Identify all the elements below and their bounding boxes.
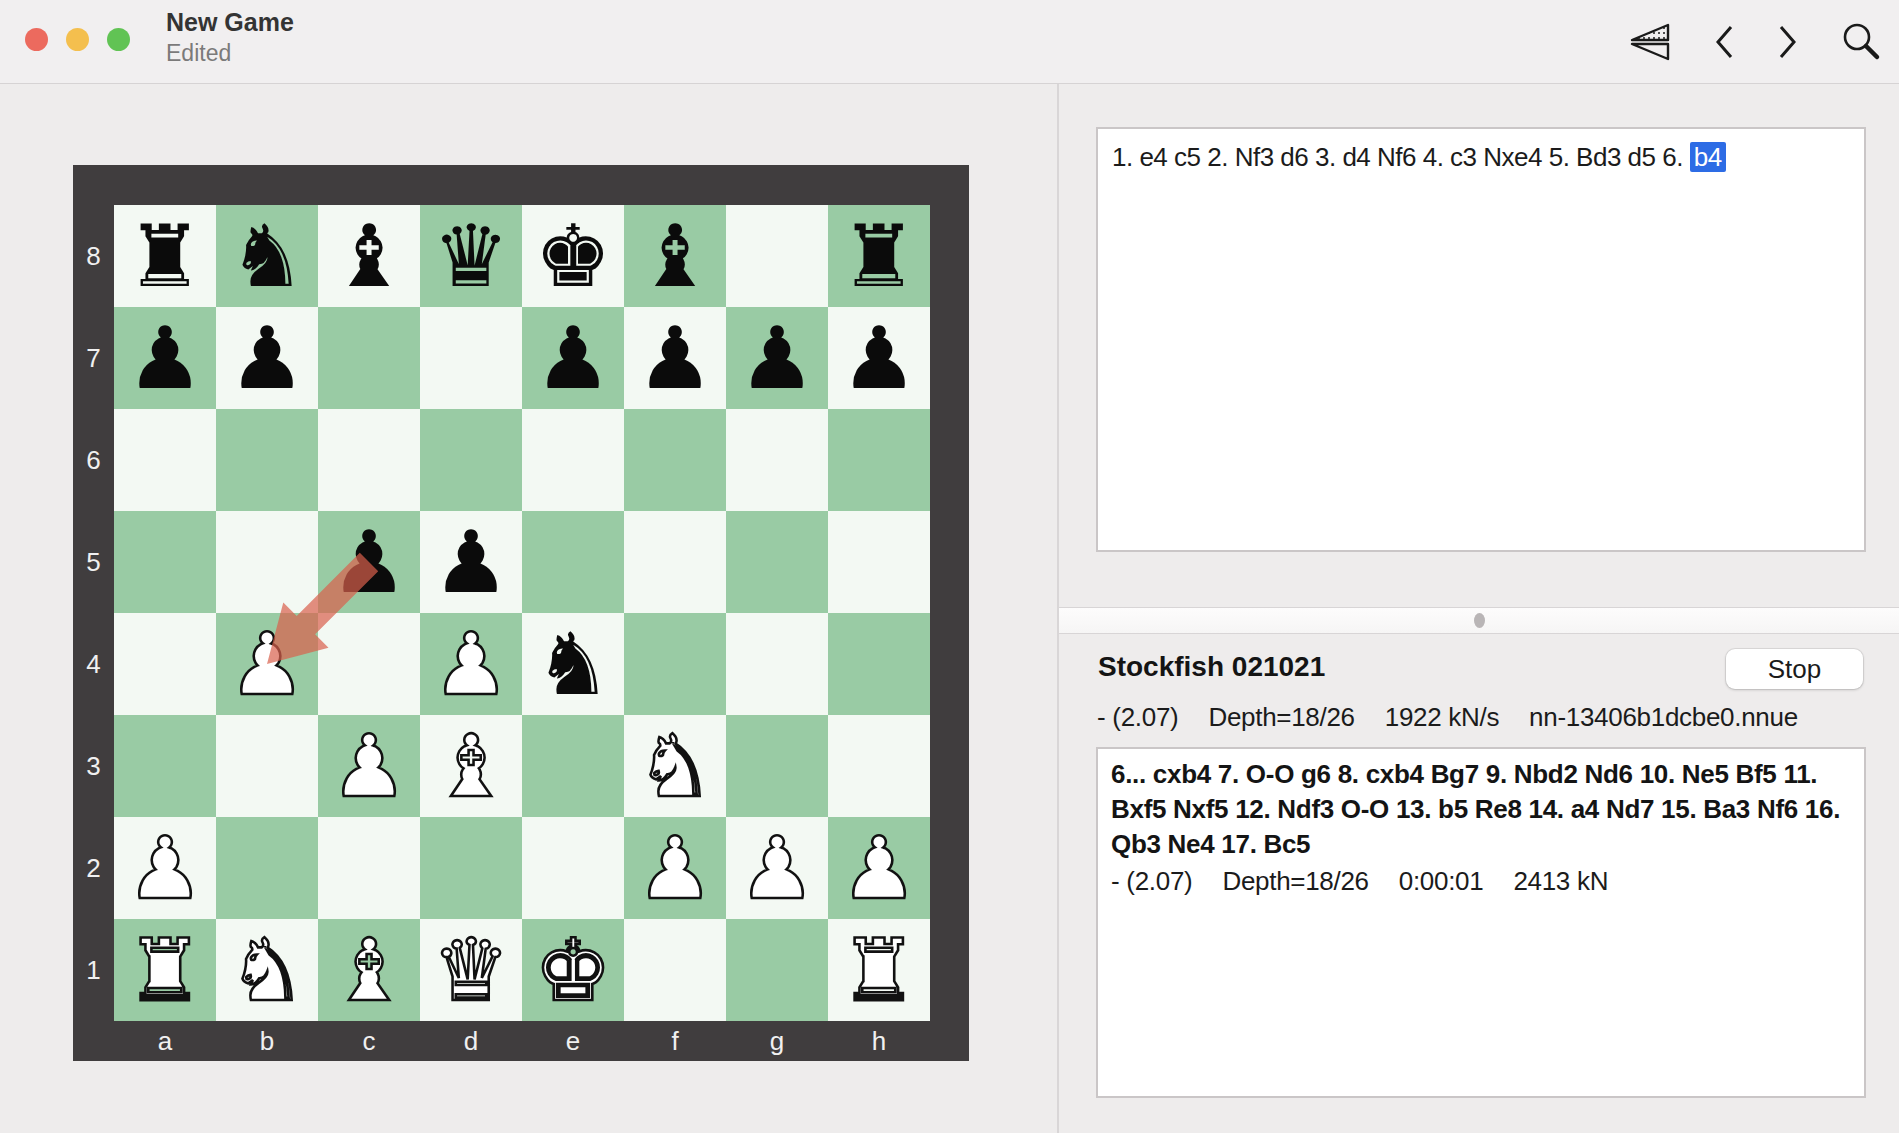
square-c4[interactable] xyxy=(318,613,420,715)
piece-white-pawn[interactable]: ♟ xyxy=(228,613,305,715)
square-b3[interactable] xyxy=(216,715,318,817)
engine-depth: Depth=18/26 xyxy=(1208,702,1354,733)
move-list[interactable]: 1. e4 c5 2. Nf3 d6 3. d4 Nf6 4. c3 Nxe4 … xyxy=(1096,127,1866,552)
square-d4[interactable]: ♟ xyxy=(420,613,522,715)
content-area: 87654321 abcdefgh ♜♞♝♛♚♝♜♟♟♟♟♟♟♟♟♟♟♞♟♝♞♟… xyxy=(0,84,1899,1133)
panel-splitter[interactable] xyxy=(1059,607,1899,634)
square-b8[interactable]: ♞ xyxy=(216,205,318,307)
file-label-a: a xyxy=(114,1021,216,1061)
piece-white-pawn[interactable]: ♟ xyxy=(126,817,203,919)
piece-white-bishop[interactable]: ♝ xyxy=(432,715,509,817)
square-f7[interactable]: ♟ xyxy=(624,307,726,409)
square-f4[interactable] xyxy=(624,613,726,715)
rank-label-2: 2 xyxy=(73,817,114,919)
square-a5[interactable] xyxy=(114,511,216,613)
piece-white-rook[interactable]: ♜ xyxy=(126,919,203,1021)
square-e7[interactable]: ♟ xyxy=(522,307,624,409)
principal-variation[interactable]: 6... cxb4 7. O-O g6 8. cxb4 Bg7 9. Nbd2 … xyxy=(1111,757,1851,862)
square-e3[interactable] xyxy=(522,715,624,817)
piece-black-king[interactable]: ♚ xyxy=(534,205,611,307)
piece-black-pawn[interactable]: ♟ xyxy=(126,307,203,409)
square-c6[interactable] xyxy=(318,409,420,511)
square-h3[interactable] xyxy=(828,715,930,817)
square-g5[interactable] xyxy=(726,511,828,613)
square-e4[interactable]: ♞ xyxy=(522,613,624,715)
piece-black-knight[interactable]: ♞ xyxy=(534,613,611,715)
square-g8[interactable] xyxy=(726,205,828,307)
window-title: New Game xyxy=(166,7,294,37)
square-h6[interactable] xyxy=(828,409,930,511)
square-e5[interactable] xyxy=(522,511,624,613)
piece-white-rook[interactable]: ♜ xyxy=(840,919,917,1021)
square-a3[interactable] xyxy=(114,715,216,817)
board-grid: ♜♞♝♛♚♝♜♟♟♟♟♟♟♟♟♟♟♞♟♝♞♟♟♟♟♜♞♝♛♚♜ xyxy=(114,205,930,1021)
chess-board: 87654321 abcdefgh ♜♞♝♛♚♝♜♟♟♟♟♟♟♟♟♟♟♞♟♝♞♟… xyxy=(73,165,969,1061)
piece-white-bishop[interactable]: ♝ xyxy=(330,919,407,1021)
square-a1[interactable]: ♜ xyxy=(114,919,216,1021)
square-a7[interactable]: ♟ xyxy=(114,307,216,409)
square-c2[interactable] xyxy=(318,817,420,919)
rank-label-4: 4 xyxy=(73,613,114,715)
flip-board-icon[interactable] xyxy=(1627,21,1673,63)
square-h5[interactable] xyxy=(828,511,930,613)
piece-white-knight[interactable]: ♞ xyxy=(228,919,305,1021)
piece-black-knight[interactable]: ♞ xyxy=(228,205,305,307)
splitter-handle-icon[interactable] xyxy=(1474,613,1485,628)
piece-black-bishop[interactable]: ♝ xyxy=(330,205,407,307)
rank-label-3: 3 xyxy=(73,715,114,817)
square-d1[interactable]: ♛ xyxy=(420,919,522,1021)
piece-white-king[interactable]: ♚ xyxy=(534,919,611,1021)
square-c1[interactable]: ♝ xyxy=(318,919,420,1021)
rank-label-1: 1 xyxy=(73,919,114,1021)
minimize-window-button[interactable] xyxy=(66,28,89,51)
piece-black-bishop[interactable]: ♝ xyxy=(636,205,713,307)
piece-black-pawn[interactable]: ♟ xyxy=(636,307,713,409)
piece-white-pawn[interactable]: ♟ xyxy=(636,817,713,919)
window-subtitle: Edited xyxy=(166,39,294,67)
square-d2[interactable] xyxy=(420,817,522,919)
toolbar: New Game Edited xyxy=(0,0,1899,84)
square-a2[interactable]: ♟ xyxy=(114,817,216,919)
square-g1[interactable] xyxy=(726,919,828,1021)
file-label-g: g xyxy=(726,1021,828,1061)
analysis-eval: - (2.07) xyxy=(1111,864,1192,899)
search-icon[interactable] xyxy=(1839,21,1881,63)
analysis-time: 0:00:01 xyxy=(1399,864,1484,899)
piece-white-pawn[interactable]: ♟ xyxy=(738,817,815,919)
square-b2[interactable] xyxy=(216,817,318,919)
app-window: New Game Edited xyxy=(0,0,1899,1133)
square-e2[interactable] xyxy=(522,817,624,919)
square-b6[interactable] xyxy=(216,409,318,511)
piece-black-pawn[interactable]: ♟ xyxy=(228,307,305,409)
square-e6[interactable] xyxy=(522,409,624,511)
moves-text: 1. e4 c5 2. Nf3 d6 3. d4 Nf6 4. c3 Nxe4 … xyxy=(1112,142,1690,172)
piece-black-pawn[interactable]: ♟ xyxy=(840,307,917,409)
piece-black-queen[interactable]: ♛ xyxy=(432,205,509,307)
square-h7[interactable]: ♟ xyxy=(828,307,930,409)
piece-black-pawn[interactable]: ♟ xyxy=(534,307,611,409)
square-f6[interactable] xyxy=(624,409,726,511)
file-label-b: b xyxy=(216,1021,318,1061)
engine-eval: - (2.07) xyxy=(1097,702,1178,733)
square-d8[interactable]: ♛ xyxy=(420,205,522,307)
piece-black-rook[interactable]: ♜ xyxy=(840,205,917,307)
square-a4[interactable] xyxy=(114,613,216,715)
file-label-c: c xyxy=(318,1021,420,1061)
square-g4[interactable] xyxy=(726,613,828,715)
file-label-d: d xyxy=(420,1021,522,1061)
square-e8[interactable]: ♚ xyxy=(522,205,624,307)
right-panel: 1. e4 c5 2. Nf3 d6 3. d4 Nf6 4. c3 Nxe4 … xyxy=(1059,84,1899,1133)
selected-move[interactable]: b4 xyxy=(1690,142,1726,172)
piece-black-pawn[interactable]: ♟ xyxy=(738,307,815,409)
close-window-button[interactable] xyxy=(25,28,48,51)
square-f1[interactable] xyxy=(624,919,726,1021)
analysis-status-line: - (2.07) Depth=18/26 0:00:01 2413 kN xyxy=(1111,864,1851,899)
rank-label-5: 5 xyxy=(73,511,114,613)
square-b7[interactable]: ♟ xyxy=(216,307,318,409)
square-c7[interactable] xyxy=(318,307,420,409)
square-g2[interactable]: ♟ xyxy=(726,817,828,919)
square-g6[interactable] xyxy=(726,409,828,511)
piece-white-pawn[interactable]: ♟ xyxy=(432,613,509,715)
square-d6[interactable] xyxy=(420,409,522,511)
file-label-f: f xyxy=(624,1021,726,1061)
square-g3[interactable] xyxy=(726,715,828,817)
square-h2[interactable]: ♟ xyxy=(828,817,930,919)
engine-status-line: - (2.07) Depth=18/26 1922 kN/s nn-13406b… xyxy=(1097,702,1798,733)
analysis-nodes: 2413 kN xyxy=(1513,864,1608,899)
piece-black-pawn[interactable]: ♟ xyxy=(432,511,509,613)
piece-white-knight[interactable]: ♞ xyxy=(636,715,713,817)
square-b1[interactable]: ♞ xyxy=(216,919,318,1021)
square-f5[interactable] xyxy=(624,511,726,613)
square-f3[interactable]: ♞ xyxy=(624,715,726,817)
file-label-h: h xyxy=(828,1021,930,1061)
square-d7[interactable] xyxy=(420,307,522,409)
engine-name: Stockfish 021021 xyxy=(1098,651,1325,683)
square-f8[interactable]: ♝ xyxy=(624,205,726,307)
square-h4[interactable] xyxy=(828,613,930,715)
square-b5[interactable] xyxy=(216,511,318,613)
rank-label-7: 7 xyxy=(73,307,114,409)
file-label-e: e xyxy=(522,1021,624,1061)
piece-white-queen[interactable]: ♛ xyxy=(432,919,509,1021)
square-a8[interactable]: ♜ xyxy=(114,205,216,307)
previous-move-icon[interactable] xyxy=(1711,21,1737,63)
square-c3[interactable]: ♟ xyxy=(318,715,420,817)
toolbar-icons xyxy=(1627,0,1881,84)
next-move-icon[interactable] xyxy=(1775,21,1801,63)
rank-label-6: 6 xyxy=(73,409,114,511)
zoom-window-button[interactable] xyxy=(107,28,130,51)
square-c8[interactable]: ♝ xyxy=(318,205,420,307)
title-block: New Game Edited xyxy=(166,7,294,67)
square-b4[interactable]: ♟ xyxy=(216,613,318,715)
square-g7[interactable]: ♟ xyxy=(726,307,828,409)
piece-black-rook[interactable]: ♜ xyxy=(126,205,203,307)
engine-speed: 1922 kN/s xyxy=(1385,702,1499,733)
square-e1[interactable]: ♚ xyxy=(522,919,624,1021)
square-c5[interactable]: ♟ xyxy=(318,511,420,613)
piece-white-pawn[interactable]: ♟ xyxy=(330,715,407,817)
square-d5[interactable]: ♟ xyxy=(420,511,522,613)
piece-black-pawn[interactable]: ♟ xyxy=(330,511,407,613)
rank-label-8: 8 xyxy=(73,205,114,307)
square-a6[interactable] xyxy=(114,409,216,511)
square-d3[interactable]: ♝ xyxy=(420,715,522,817)
square-h1[interactable]: ♜ xyxy=(828,919,930,1021)
analysis-panel[interactable]: 6... cxb4 7. O-O g6 8. cxb4 Bg7 9. Nbd2 … xyxy=(1096,747,1866,1098)
piece-white-pawn[interactable]: ♟ xyxy=(840,817,917,919)
engine-net: nn-13406b1dcbe0.nnue xyxy=(1529,702,1798,733)
stop-button[interactable]: Stop xyxy=(1726,649,1863,689)
square-f2[interactable]: ♟ xyxy=(624,817,726,919)
square-h8[interactable]: ♜ xyxy=(828,205,930,307)
analysis-depth: Depth=18/26 xyxy=(1222,864,1368,899)
